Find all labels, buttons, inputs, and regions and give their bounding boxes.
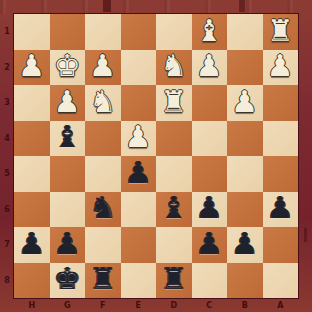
rank-label-5: 5: [0, 156, 14, 192]
square-c4[interactable]: [192, 121, 228, 157]
square-e7[interactable]: [121, 227, 157, 263]
square-b5[interactable]: [227, 156, 263, 192]
square-d8[interactable]: ♜: [156, 263, 192, 299]
square-g1[interactable]: [50, 14, 86, 50]
square-h5[interactable]: [14, 156, 50, 192]
white-pawn: ♟: [267, 51, 294, 81]
square-a8[interactable]: [263, 263, 299, 299]
white-pawn: ♟: [231, 87, 258, 117]
black-pawn: ♟: [196, 193, 223, 223]
square-g3[interactable]: ♟: [50, 85, 86, 121]
black-bishop: ♝: [160, 193, 187, 223]
square-b6[interactable]: [227, 192, 263, 228]
square-b4[interactable]: [227, 121, 263, 157]
rank-label-8: 8: [0, 263, 14, 299]
black-pawn: ♟: [54, 229, 81, 259]
rank-label-7: 7: [0, 227, 14, 263]
square-h1[interactable]: [14, 14, 50, 50]
chessboard: ♝♜♟♚♟♞♟♟♟♞♜♟♝♟♟♞♝♟♟♟♟♟♟♚♜♜: [14, 14, 298, 298]
square-e6[interactable]: [121, 192, 157, 228]
square-a4[interactable]: [263, 121, 299, 157]
square-c5[interactable]: [192, 156, 228, 192]
square-f7[interactable]: [85, 227, 121, 263]
square-g8[interactable]: ♚: [50, 263, 86, 299]
rank-label-1: 1: [0, 14, 14, 50]
rank-labels: 12345678: [0, 14, 14, 298]
square-b7[interactable]: ♟: [227, 227, 263, 263]
square-a7[interactable]: [263, 227, 299, 263]
black-rook: ♜: [89, 264, 116, 294]
white-bishop: ♝: [196, 16, 223, 46]
square-f3[interactable]: ♞: [85, 85, 121, 121]
file-label-c: C: [192, 298, 228, 312]
file-label-e: E: [121, 298, 157, 312]
square-g4[interactable]: ♝: [50, 121, 86, 157]
white-pawn: ♟: [89, 51, 116, 81]
white-knight: ♞: [89, 87, 116, 117]
square-d4[interactable]: [156, 121, 192, 157]
square-g6[interactable]: [50, 192, 86, 228]
square-b8[interactable]: [227, 263, 263, 299]
square-e2[interactable]: [121, 50, 157, 86]
black-knight: ♞: [89, 193, 116, 223]
square-a2[interactable]: ♟: [263, 50, 299, 86]
square-e3[interactable]: [121, 85, 157, 121]
rank-label-3: 3: [0, 85, 14, 121]
rank-label-2: 2: [0, 50, 14, 86]
file-labels: HGFEDCBA: [14, 298, 298, 312]
black-rook: ♜: [160, 264, 187, 294]
white-pawn: ♟: [54, 87, 81, 117]
square-f8[interactable]: ♜: [85, 263, 121, 299]
white-pawn: ♟: [196, 51, 223, 81]
square-d7[interactable]: [156, 227, 192, 263]
square-h6[interactable]: [14, 192, 50, 228]
square-f5[interactable]: [85, 156, 121, 192]
square-b1[interactable]: [227, 14, 263, 50]
square-a1[interactable]: ♜: [263, 14, 299, 50]
rank-label-6: 6: [0, 192, 14, 228]
black-pawn: ♟: [196, 229, 223, 259]
square-d5[interactable]: [156, 156, 192, 192]
square-d1[interactable]: [156, 14, 192, 50]
square-d6[interactable]: ♝: [156, 192, 192, 228]
square-c7[interactable]: ♟: [192, 227, 228, 263]
file-label-b: B: [227, 298, 263, 312]
rank-label-4: 4: [0, 121, 14, 157]
black-king: ♚: [54, 264, 81, 294]
file-label-a: A: [263, 298, 299, 312]
white-rook: ♜: [160, 87, 187, 117]
square-h7[interactable]: ♟: [14, 227, 50, 263]
file-label-g: G: [50, 298, 86, 312]
white-knight: ♞: [160, 51, 187, 81]
white-rook: ♜: [267, 16, 294, 46]
square-g5[interactable]: [50, 156, 86, 192]
square-h3[interactable]: [14, 85, 50, 121]
square-f4[interactable]: [85, 121, 121, 157]
square-e1[interactable]: [121, 14, 157, 50]
square-e5[interactable]: ♟: [121, 156, 157, 192]
square-h4[interactable]: [14, 121, 50, 157]
black-pawn: ♟: [231, 229, 258, 259]
square-b3[interactable]: ♟: [227, 85, 263, 121]
square-c3[interactable]: [192, 85, 228, 121]
square-c2[interactable]: ♟: [192, 50, 228, 86]
square-f2[interactable]: ♟: [85, 50, 121, 86]
file-label-d: D: [156, 298, 192, 312]
square-a3[interactable]: [263, 85, 299, 121]
black-bishop: ♝: [54, 122, 81, 152]
chessboard-frame: 12345678 HGFEDCBA ♝♜♟♚♟♞♟♟♟♞♜♟♝♟♟♞♝♟♟♟♟♟…: [0, 0, 312, 312]
square-a6[interactable]: ♟: [263, 192, 299, 228]
square-h2[interactable]: ♟: [14, 50, 50, 86]
square-e8[interactable]: [121, 263, 157, 299]
black-pawn: ♟: [18, 229, 45, 259]
black-pawn: ♟: [267, 193, 294, 223]
black-pawn: ♟: [125, 158, 152, 188]
square-d2[interactable]: ♞: [156, 50, 192, 86]
square-b2[interactable]: [227, 50, 263, 86]
white-pawn: ♟: [18, 51, 45, 81]
square-f6[interactable]: ♞: [85, 192, 121, 228]
square-c1[interactable]: ♝: [192, 14, 228, 50]
square-c8[interactable]: [192, 263, 228, 299]
square-g2[interactable]: ♚: [50, 50, 86, 86]
square-d3[interactable]: ♜: [156, 85, 192, 121]
white-king: ♚: [54, 51, 81, 81]
file-label-f: F: [85, 298, 121, 312]
square-a5[interactable]: [263, 156, 299, 192]
square-e4[interactable]: ♟: [121, 121, 157, 157]
square-g7[interactable]: ♟: [50, 227, 86, 263]
square-f1[interactable]: [85, 14, 121, 50]
file-label-h: H: [14, 298, 50, 312]
white-pawn: ♟: [125, 122, 152, 152]
square-c6[interactable]: ♟: [192, 192, 228, 228]
square-h8[interactable]: [14, 263, 50, 299]
